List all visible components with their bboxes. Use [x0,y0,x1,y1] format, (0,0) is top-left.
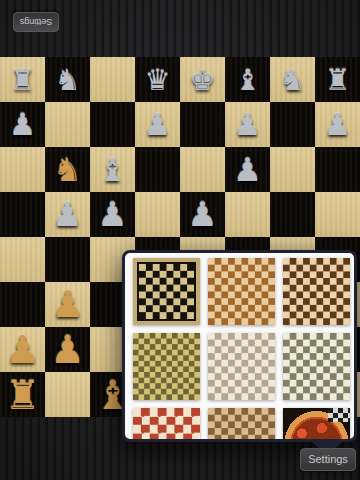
theme-thumb-wood-tan[interactable] [208,408,275,442]
square-h7[interactable]: ♟ [315,102,360,147]
silver-rook-piece: ♜ [315,57,360,102]
square-c5[interactable]: ♟ [90,192,135,237]
square-b3[interactable]: ♟ [45,282,90,327]
square-a1[interactable]: ♜ [0,372,45,417]
square-c6[interactable]: ♝ [90,147,135,192]
board-theme-popover [122,250,357,442]
theme-checkerboard [208,333,275,400]
theme-checkerboard [137,262,196,321]
silver-pawn-piece: ♟ [225,147,270,192]
square-d7[interactable]: ♟ [135,102,180,147]
square-f7[interactable]: ♟ [225,102,270,147]
square-g7[interactable] [270,102,315,147]
square-a6[interactable] [0,147,45,192]
silver-pawn-piece: ♟ [0,102,45,147]
silver-rook-piece: ♜ [0,57,45,102]
silver-pawn-piece: ♟ [90,192,135,237]
square-b5[interactable]: ♟ [45,192,90,237]
square-d6[interactable] [135,147,180,192]
square-c7[interactable] [90,102,135,147]
silver-knight-piece: ♞ [45,57,90,102]
square-g8[interactable]: ♞ [270,57,315,102]
square-a7[interactable]: ♟ [0,102,45,147]
theme-thumb-green-cream[interactable] [283,333,350,400]
theme-thumb-gold-olive[interactable] [133,333,200,400]
silver-pawn-piece: ♟ [180,192,225,237]
silver-pawn-piece: ♟ [315,102,360,147]
silver-bishop-piece: ♝ [225,57,270,102]
gold-pawn-piece: ♟ [45,327,90,372]
square-g5[interactable] [270,192,315,237]
square-a3[interactable] [0,282,45,327]
settings-button-bottom[interactable]: Settings [300,448,356,471]
square-g6[interactable] [270,147,315,192]
square-b6[interactable]: ♞ [45,147,90,192]
silver-knight-piece: ♞ [270,57,315,102]
theme-thumbnail-grid [125,253,354,442]
silver-bishop-piece: ♝ [90,147,135,192]
theme-checkerboard [133,333,200,400]
gold-rook-piece: ♜ [0,372,45,417]
square-b4[interactable] [45,237,90,282]
square-b2[interactable]: ♟ [45,327,90,372]
square-a5[interactable] [0,192,45,237]
theme-checkerboard [208,408,275,442]
silver-king-piece: ♚ [180,57,225,102]
theme-thumb-red-cream[interactable] [133,408,200,442]
theme-checkerboard [208,258,275,325]
square-f6[interactable]: ♟ [225,147,270,192]
silver-queen-piece: ♛ [135,57,180,102]
theme-thumb-wood-walnut[interactable] [283,258,350,325]
chess-app-screen: Settings ♜♞♛♚♝♞♜♟♟♟♟♞♝♟♟♟♟♟♟♟♜♝ Settings [0,0,360,480]
gold-pawn-piece: ♟ [45,282,90,327]
square-h6[interactable] [315,147,360,192]
silver-pawn-piece: ♟ [135,102,180,147]
square-a8[interactable]: ♜ [0,57,45,102]
square-f5[interactable] [225,192,270,237]
square-d5[interactable] [135,192,180,237]
theme-checkerboard [283,333,350,400]
square-b1[interactable] [45,372,90,417]
theme-thumb-black-tan[interactable] [133,258,200,325]
square-c8[interactable] [90,57,135,102]
square-e5[interactable]: ♟ [180,192,225,237]
square-h5[interactable] [315,192,360,237]
square-a2[interactable]: ♟ [0,327,45,372]
settings-button-top-rotated[interactable]: Settings [13,12,59,32]
square-e8[interactable]: ♚ [180,57,225,102]
gold-knight-piece: ♞ [45,147,90,192]
theme-checkerboard [133,408,200,442]
checkered-tablecloth [328,408,350,422]
square-e6[interactable] [180,147,225,192]
gold-pawn-piece: ♟ [0,327,45,372]
silver-pawn-piece: ♟ [45,192,90,237]
square-e7[interactable] [180,102,225,147]
square-d8[interactable]: ♛ [135,57,180,102]
theme-checkerboard [283,258,350,325]
silver-pawn-piece: ♟ [225,102,270,147]
square-h8[interactable]: ♜ [315,57,360,102]
square-a4[interactable] [0,237,45,282]
square-b8[interactable]: ♞ [45,57,90,102]
theme-thumb-pizza[interactable] [283,408,350,442]
theme-thumb-taupe-cream[interactable] [208,333,275,400]
square-f8[interactable]: ♝ [225,57,270,102]
theme-thumb-wood-oak[interactable] [208,258,275,325]
square-b7[interactable] [45,102,90,147]
